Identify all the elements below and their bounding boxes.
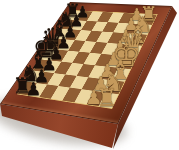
- chess-photo-scene: Angled photograph of a wooden box chess …: [0, 0, 179, 150]
- piece-black-pawn-h7[interactable]: ♟: [26, 80, 42, 98]
- piece-white-rook-h1[interactable]: ♜: [96, 86, 118, 110]
